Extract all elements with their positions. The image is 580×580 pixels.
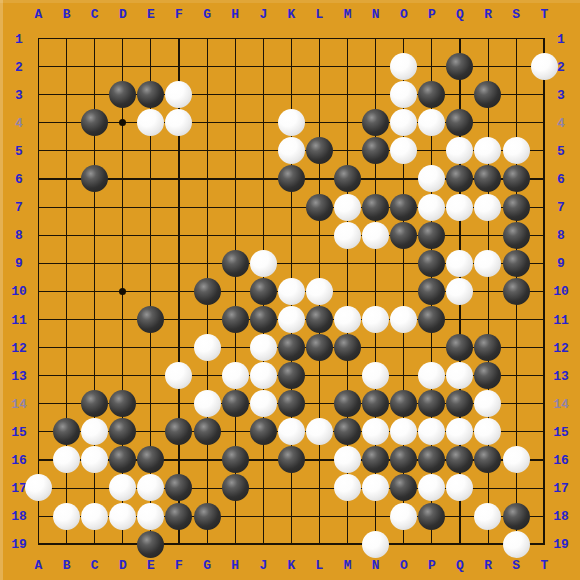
black-stone-S8 xyxy=(503,222,530,249)
black-stone-D15 xyxy=(109,418,136,445)
white-stone-M17 xyxy=(334,474,361,501)
black-stone-O8 xyxy=(390,222,417,249)
white-stone-S19 xyxy=(503,531,530,558)
black-stone-P16 xyxy=(418,446,445,473)
white-stone-O15 xyxy=(390,418,417,445)
black-stone-H14 xyxy=(222,390,249,417)
col-label-bottom-T: T xyxy=(540,558,548,573)
white-stone-O3 xyxy=(390,81,417,108)
white-stone-P15 xyxy=(418,418,445,445)
col-label-top-F: F xyxy=(175,7,183,22)
white-stone-K15 xyxy=(278,418,305,445)
white-stone-N17 xyxy=(362,474,389,501)
white-stone-D18 xyxy=(109,503,136,530)
col-label-top-O: O xyxy=(400,7,408,22)
black-stone-D14 xyxy=(109,390,136,417)
black-stone-L5 xyxy=(306,137,333,164)
white-stone-H13 xyxy=(222,362,249,389)
white-stone-O18 xyxy=(390,503,417,530)
black-stone-L11 xyxy=(306,306,333,333)
black-stone-S6 xyxy=(503,165,530,192)
row-label-left-7: 7 xyxy=(15,200,23,215)
black-stone-P3 xyxy=(418,81,445,108)
black-stone-Q4 xyxy=(446,109,473,136)
white-stone-D17 xyxy=(109,474,136,501)
col-label-bottom-B: B xyxy=(63,558,71,573)
black-stone-P8 xyxy=(418,222,445,249)
col-label-top-N: N xyxy=(372,7,380,22)
white-stone-C16 xyxy=(81,446,108,473)
black-stone-O7 xyxy=(390,194,417,221)
white-stone-O11 xyxy=(390,306,417,333)
col-label-top-D: D xyxy=(119,7,127,22)
white-stone-E4 xyxy=(137,109,164,136)
black-stone-S7 xyxy=(503,194,530,221)
col-label-top-E: E xyxy=(147,7,155,22)
white-stone-P17 xyxy=(418,474,445,501)
col-label-top-M: M xyxy=(344,7,352,22)
black-stone-K14 xyxy=(278,390,305,417)
star-point-D10 xyxy=(119,288,126,295)
black-stone-G10 xyxy=(194,278,221,305)
black-stone-D16 xyxy=(109,446,136,473)
white-stone-R14 xyxy=(474,390,501,417)
row-label-left-8: 8 xyxy=(15,228,23,243)
white-stone-E17 xyxy=(137,474,164,501)
white-stone-P6 xyxy=(418,165,445,192)
black-stone-M12 xyxy=(334,334,361,361)
black-stone-L12 xyxy=(306,334,333,361)
black-stone-R3 xyxy=(474,81,501,108)
white-stone-B16 xyxy=(53,446,80,473)
white-stone-N15 xyxy=(362,418,389,445)
col-label-top-T: T xyxy=(540,7,548,22)
white-stone-F13 xyxy=(165,362,192,389)
white-stone-J12 xyxy=(250,334,277,361)
black-stone-Q12 xyxy=(446,334,473,361)
white-stone-P7 xyxy=(418,194,445,221)
col-label-top-H: H xyxy=(231,7,239,22)
white-stone-N11 xyxy=(362,306,389,333)
black-stone-P10 xyxy=(418,278,445,305)
col-label-top-G: G xyxy=(203,7,211,22)
black-stone-B15 xyxy=(53,418,80,445)
col-label-bottom-K: K xyxy=(287,558,295,573)
white-stone-O2 xyxy=(390,53,417,80)
black-stone-J11 xyxy=(250,306,277,333)
black-stone-P11 xyxy=(418,306,445,333)
white-stone-L10 xyxy=(306,278,333,305)
white-stone-M8 xyxy=(334,222,361,249)
col-label-bottom-S: S xyxy=(512,558,520,573)
black-stone-N4 xyxy=(362,109,389,136)
white-stone-R5 xyxy=(474,137,501,164)
col-label-top-S: S xyxy=(512,7,520,22)
col-label-bottom-O: O xyxy=(400,558,408,573)
black-stone-F17 xyxy=(165,474,192,501)
white-stone-J13 xyxy=(250,362,277,389)
black-stone-K12 xyxy=(278,334,305,361)
white-stone-P4 xyxy=(418,109,445,136)
black-stone-M15 xyxy=(334,418,361,445)
black-stone-M6 xyxy=(334,165,361,192)
black-stone-N14 xyxy=(362,390,389,417)
white-stone-Q7 xyxy=(446,194,473,221)
row-label-left-6: 6 xyxy=(15,172,23,187)
white-stone-K5 xyxy=(278,137,305,164)
white-stone-O5 xyxy=(390,137,417,164)
black-stone-H9 xyxy=(222,250,249,277)
black-stone-P18 xyxy=(418,503,445,530)
col-label-bottom-D: D xyxy=(119,558,127,573)
black-stone-C6 xyxy=(81,165,108,192)
black-stone-O16 xyxy=(390,446,417,473)
go-board-screen: ABCDEFGHJKLMNOPQRST ABCDEFGHJKLMNOPQRST … xyxy=(0,0,580,580)
black-stone-O17 xyxy=(390,474,417,501)
black-stone-G18 xyxy=(194,503,221,530)
white-stone-Q13 xyxy=(446,362,473,389)
col-label-bottom-A: A xyxy=(35,558,43,573)
black-stone-Q2 xyxy=(446,53,473,80)
white-stone-C15 xyxy=(81,418,108,445)
col-label-bottom-E: E xyxy=(147,558,155,573)
col-label-bottom-G: G xyxy=(203,558,211,573)
white-stone-R7 xyxy=(474,194,501,221)
col-label-top-P: P xyxy=(428,7,436,22)
white-stone-Q10 xyxy=(446,278,473,305)
white-stone-Q17 xyxy=(446,474,473,501)
col-label-bottom-R: R xyxy=(484,558,492,573)
white-stone-G12 xyxy=(194,334,221,361)
black-stone-F18 xyxy=(165,503,192,530)
black-stone-E3 xyxy=(137,81,164,108)
white-stone-J9 xyxy=(250,250,277,277)
col-label-top-C: C xyxy=(91,7,99,22)
row-label-left-3: 3 xyxy=(15,87,23,102)
black-stone-R6 xyxy=(474,165,501,192)
black-stone-S18 xyxy=(503,503,530,530)
white-stone-N13 xyxy=(362,362,389,389)
white-stone-E18 xyxy=(137,503,164,530)
black-stone-F15 xyxy=(165,418,192,445)
black-stone-E19 xyxy=(137,531,164,558)
white-stone-P13 xyxy=(418,362,445,389)
white-stone-G14 xyxy=(194,390,221,417)
white-stone-M16 xyxy=(334,446,361,473)
black-stone-Q14 xyxy=(446,390,473,417)
white-stone-S5 xyxy=(503,137,530,164)
col-label-bottom-H: H xyxy=(231,558,239,573)
goban[interactable] xyxy=(24,24,558,558)
white-stone-A17 xyxy=(25,474,52,501)
col-label-top-L: L xyxy=(316,7,324,22)
black-stone-R13 xyxy=(474,362,501,389)
white-stone-R9 xyxy=(474,250,501,277)
black-stone-P9 xyxy=(418,250,445,277)
col-label-top-J: J xyxy=(259,7,267,22)
white-stone-B18 xyxy=(53,503,80,530)
black-stone-C14 xyxy=(81,390,108,417)
row-label-left-2: 2 xyxy=(15,59,23,74)
black-stone-M14 xyxy=(334,390,361,417)
black-stone-Q6 xyxy=(446,165,473,192)
white-stone-R15 xyxy=(474,418,501,445)
black-stone-N5 xyxy=(362,137,389,164)
col-label-bottom-J: J xyxy=(259,558,267,573)
col-label-top-A: A xyxy=(35,7,43,22)
col-label-top-Q: Q xyxy=(456,7,464,22)
black-stone-G15 xyxy=(194,418,221,445)
white-stone-M11 xyxy=(334,306,361,333)
white-stone-R18 xyxy=(474,503,501,530)
black-stone-H16 xyxy=(222,446,249,473)
col-label-bottom-N: N xyxy=(372,558,380,573)
white-stone-C18 xyxy=(81,503,108,530)
black-stone-H17 xyxy=(222,474,249,501)
white-stone-K11 xyxy=(278,306,305,333)
black-stone-E11 xyxy=(137,306,164,333)
black-stone-P14 xyxy=(418,390,445,417)
col-label-bottom-L: L xyxy=(316,558,324,573)
black-stone-S10 xyxy=(503,278,530,305)
black-stone-K6 xyxy=(278,165,305,192)
row-label-left-9: 9 xyxy=(15,256,23,271)
white-stone-L15 xyxy=(306,418,333,445)
black-stone-Q16 xyxy=(446,446,473,473)
white-stone-N8 xyxy=(362,222,389,249)
white-stone-N19 xyxy=(362,531,389,558)
white-stone-J14 xyxy=(250,390,277,417)
black-stone-K16 xyxy=(278,446,305,473)
row-label-left-4: 4 xyxy=(15,115,23,130)
white-stone-S16 xyxy=(503,446,530,473)
col-label-top-R: R xyxy=(484,7,492,22)
black-stone-N16 xyxy=(362,446,389,473)
black-stone-D3 xyxy=(109,81,136,108)
col-label-bottom-P: P xyxy=(428,558,436,573)
col-label-top-K: K xyxy=(287,7,295,22)
col-label-bottom-C: C xyxy=(91,558,99,573)
black-stone-R12 xyxy=(474,334,501,361)
white-stone-Q5 xyxy=(446,137,473,164)
col-label-bottom-F: F xyxy=(175,558,183,573)
black-stone-S9 xyxy=(503,250,530,277)
black-stone-O14 xyxy=(390,390,417,417)
white-stone-Q9 xyxy=(446,250,473,277)
black-stone-H11 xyxy=(222,306,249,333)
white-stone-M7 xyxy=(334,194,361,221)
black-stone-J10 xyxy=(250,278,277,305)
black-stone-J15 xyxy=(250,418,277,445)
black-stone-E16 xyxy=(137,446,164,473)
white-stone-F3 xyxy=(165,81,192,108)
white-stone-Q15 xyxy=(446,418,473,445)
star-point-D4 xyxy=(119,119,126,126)
white-stone-K4 xyxy=(278,109,305,136)
col-label-top-B: B xyxy=(63,7,71,22)
black-stone-C4 xyxy=(81,109,108,136)
col-label-bottom-Q: Q xyxy=(456,558,464,573)
white-stone-K10 xyxy=(278,278,305,305)
black-stone-N7 xyxy=(362,194,389,221)
row-label-left-1: 1 xyxy=(15,31,23,46)
white-stone-T2 xyxy=(531,53,558,80)
row-label-left-5: 5 xyxy=(15,143,23,158)
black-stone-K13 xyxy=(278,362,305,389)
col-label-bottom-M: M xyxy=(344,558,352,573)
white-stone-O4 xyxy=(390,109,417,136)
black-stone-R16 xyxy=(474,446,501,473)
black-stone-L7 xyxy=(306,194,333,221)
white-stone-F4 xyxy=(165,109,192,136)
